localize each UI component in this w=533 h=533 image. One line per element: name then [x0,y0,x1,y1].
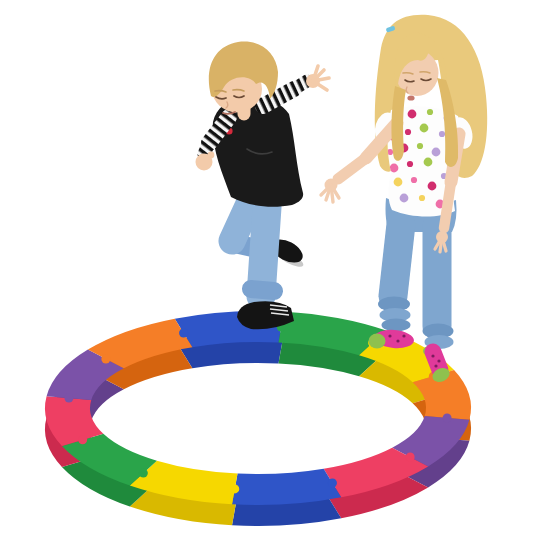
sock-dot [431,354,434,357]
polka-dot [417,143,423,149]
polka-dot [419,195,425,201]
polka-dot [424,158,433,167]
girl-mouth [407,95,414,100]
sock-dot [437,359,440,362]
sock-dot [396,339,399,342]
polka-dot [400,194,409,203]
product-photo [0,0,533,533]
polka-dot [405,129,411,135]
ring-puzzle-tab-red-10 [78,435,87,444]
sock-dot [388,334,391,337]
ring-puzzle-tab-purple-11 [64,394,73,403]
boy-left-sleeve-forearm [294,81,307,89]
boy-right-sleeve-forearm [204,143,209,154]
boy-thumb [208,152,215,159]
polka-dot [411,177,417,183]
polka-dot [427,109,433,115]
ring-puzzle-tab-red-6 [406,453,415,462]
cuff-fold [382,319,411,332]
polka-dot [394,178,403,187]
boy-jeans-cuff [251,289,274,291]
sock-dot [402,334,405,337]
polka-dot [407,161,413,167]
polka-dot [432,148,441,157]
polka-dot [420,124,429,133]
polka-dot [439,131,445,137]
ring-segment-top-blue-7 [232,469,341,505]
ring-puzzle-tab-purple-5 [443,413,452,422]
ring-puzzle-tab-orange-12 [101,354,110,363]
ring-puzzle-tab-blue-7 [328,479,337,488]
polka-dot [408,110,417,119]
girl-left-forearm [444,182,451,228]
polka-dot [428,182,437,191]
girl-left-cuff-scrunch [378,297,411,332]
sock-toe [369,334,386,349]
boy-raised-thigh [232,204,249,241]
girl-left-leg [393,224,401,296]
ring-puzzle-tab-green-9 [139,469,148,478]
balance-ring-scene [0,0,533,533]
polka-dot [390,164,399,173]
ring-puzzle-tab-blue-1 [179,328,188,337]
ring-puzzle-tab-yellow-8 [230,484,239,493]
sock-dot [434,364,437,367]
